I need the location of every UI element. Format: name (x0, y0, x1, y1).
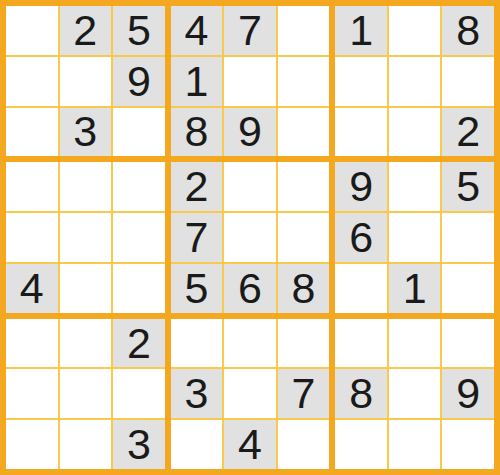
sudoku-cell-r6c8[interactable]: 1 (389, 264, 441, 313)
sudoku-cell-r5c2[interactable] (60, 213, 112, 262)
sudoku-cell-r8c7[interactable]: 8 (335, 369, 387, 418)
sudoku-cell-r5c8[interactable] (389, 213, 441, 262)
sudoku-cell-r6c6[interactable]: 8 (278, 264, 330, 313)
sudoku-cell-r4c4[interactable]: 2 (171, 162, 223, 211)
sudoku-box-3-2: 374 (171, 319, 330, 469)
sudoku-cell-r9c1[interactable] (6, 420, 58, 469)
sudoku-cell-r3c7[interactable] (335, 108, 387, 157)
sudoku-cell-r1c6[interactable] (278, 6, 330, 55)
sudoku-cell-r7c7[interactable] (335, 319, 387, 368)
sudoku-cell-r2c7[interactable] (335, 57, 387, 106)
sudoku-cell-r5c5[interactable] (224, 213, 276, 262)
sudoku-box-3-1: 23 (6, 319, 165, 469)
sudoku-cell-r1c9[interactable]: 8 (442, 6, 494, 55)
sudoku-cell-r3c6[interactable] (278, 108, 330, 157)
sudoku-cell-r2c9[interactable] (442, 57, 494, 106)
sudoku-cell-r9c6[interactable] (278, 420, 330, 469)
sudoku-cell-r1c8[interactable] (389, 6, 441, 55)
sudoku-cell-r9c3[interactable]: 3 (113, 420, 165, 469)
sudoku-cell-r3c9[interactable]: 2 (442, 108, 494, 157)
sudoku-cell-r4c2[interactable] (60, 162, 112, 211)
sudoku-cell-r9c5[interactable]: 4 (224, 420, 276, 469)
sudoku-cell-r6c3[interactable] (113, 264, 165, 313)
sudoku-cell-r5c1[interactable] (6, 213, 58, 262)
sudoku-cell-r8c8[interactable] (389, 369, 441, 418)
sudoku-cell-r3c2[interactable]: 3 (60, 108, 112, 157)
sudoku-cell-r5c6[interactable] (278, 213, 330, 262)
sudoku-board: 25934718918242756895612337489 (0, 0, 500, 475)
sudoku-cell-r2c4[interactable]: 1 (171, 57, 223, 106)
sudoku-cell-r2c1[interactable] (6, 57, 58, 106)
sudoku-cell-r2c6[interactable] (278, 57, 330, 106)
sudoku-cell-r1c7[interactable]: 1 (335, 6, 387, 55)
sudoku-cell-r4c5[interactable] (224, 162, 276, 211)
sudoku-box-1-3: 182 (335, 6, 494, 156)
sudoku-box-3-3: 89 (335, 319, 494, 469)
sudoku-cell-r4c3[interactable] (113, 162, 165, 211)
sudoku-cell-r7c8[interactable] (389, 319, 441, 368)
sudoku-cell-r1c3[interactable]: 5 (113, 6, 165, 55)
sudoku-cell-r8c6[interactable]: 7 (278, 369, 330, 418)
sudoku-cell-r3c8[interactable] (389, 108, 441, 157)
sudoku-cell-r7c9[interactable] (442, 319, 494, 368)
sudoku-cell-r8c1[interactable] (6, 369, 58, 418)
sudoku-cell-r4c8[interactable] (389, 162, 441, 211)
sudoku-cell-r9c4[interactable] (171, 420, 223, 469)
sudoku-cell-r4c1[interactable] (6, 162, 58, 211)
sudoku-cell-r6c7[interactable] (335, 264, 387, 313)
sudoku-cell-r6c5[interactable]: 6 (224, 264, 276, 313)
sudoku-box-2-2: 27568 (171, 162, 330, 312)
sudoku-cell-r9c8[interactable] (389, 420, 441, 469)
sudoku-cell-r1c2[interactable]: 2 (60, 6, 112, 55)
sudoku-cell-r8c5[interactable] (224, 369, 276, 418)
sudoku-cell-r8c4[interactable]: 3 (171, 369, 223, 418)
sudoku-cell-r8c9[interactable]: 9 (442, 369, 494, 418)
sudoku-cell-r8c2[interactable] (60, 369, 112, 418)
sudoku-cell-r3c1[interactable] (6, 108, 58, 157)
sudoku-cell-r3c3[interactable] (113, 108, 165, 157)
sudoku-cell-r2c5[interactable] (224, 57, 276, 106)
sudoku-cell-r2c8[interactable] (389, 57, 441, 106)
sudoku-cell-r1c5[interactable]: 7 (224, 6, 276, 55)
sudoku-cell-r1c1[interactable] (6, 6, 58, 55)
sudoku-cell-r9c2[interactable] (60, 420, 112, 469)
sudoku-box-1-2: 47189 (171, 6, 330, 156)
sudoku-cell-r6c4[interactable]: 5 (171, 264, 223, 313)
sudoku-cell-r2c3[interactable]: 9 (113, 57, 165, 106)
sudoku-cell-r1c4[interactable]: 4 (171, 6, 223, 55)
sudoku-cell-r5c7[interactable]: 6 (335, 213, 387, 262)
sudoku-cell-r7c6[interactable] (278, 319, 330, 368)
sudoku-box-2-3: 9561 (335, 162, 494, 312)
sudoku-cell-r7c1[interactable] (6, 319, 58, 368)
sudoku-box-2-1: 4 (6, 162, 165, 312)
sudoku-cell-r4c7[interactable]: 9 (335, 162, 387, 211)
sudoku-cell-r9c9[interactable] (442, 420, 494, 469)
sudoku-cell-r3c5[interactable]: 9 (224, 108, 276, 157)
sudoku-box-1-1: 2593 (6, 6, 165, 156)
sudoku-cell-r7c3[interactable]: 2 (113, 319, 165, 368)
sudoku-cell-r9c7[interactable] (335, 420, 387, 469)
sudoku-cell-r7c5[interactable] (224, 319, 276, 368)
sudoku-cell-r6c1[interactable]: 4 (6, 264, 58, 313)
sudoku-cell-r8c3[interactable] (113, 369, 165, 418)
sudoku-cell-r5c3[interactable] (113, 213, 165, 262)
sudoku-cell-r4c9[interactable]: 5 (442, 162, 494, 211)
sudoku-cell-r6c2[interactable] (60, 264, 112, 313)
sudoku-cell-r6c9[interactable] (442, 264, 494, 313)
sudoku-cell-r7c4[interactable] (171, 319, 223, 368)
sudoku-cell-r4c6[interactable] (278, 162, 330, 211)
sudoku-cell-r3c4[interactable]: 8 (171, 108, 223, 157)
sudoku-cell-r5c4[interactable]: 7 (171, 213, 223, 262)
sudoku-cell-r2c2[interactable] (60, 57, 112, 106)
sudoku-cell-r5c9[interactable] (442, 213, 494, 262)
sudoku-cell-r7c2[interactable] (60, 319, 112, 368)
